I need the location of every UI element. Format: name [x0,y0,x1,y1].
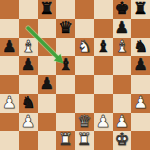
piece-black-bishop[interactable]: ♝ [58,56,73,74]
piece-white-rook[interactable]: ♜ [58,131,73,149]
piece-black-pawn[interactable]: ♟ [133,56,148,74]
square-a6[interactable]: ♟ [0,38,19,57]
square-e7[interactable] [75,19,94,38]
square-a5[interactable] [0,56,19,75]
square-c3[interactable] [38,94,57,113]
square-g8[interactable]: ♚ [113,0,132,19]
piece-black-knight[interactable]: ♞ [133,38,148,56]
piece-black-king[interactable]: ♚ [114,0,129,18]
piece-black-pawn[interactable]: ♟ [21,56,36,74]
piece-black-pawn[interactable]: ♟ [114,19,129,37]
square-f4[interactable] [94,75,113,94]
square-d5[interactable]: ♝ [56,56,75,75]
square-h7[interactable] [131,19,150,38]
square-d4[interactable] [56,75,75,94]
square-a3[interactable]: ♟ [0,94,19,113]
square-c6[interactable] [38,38,57,57]
square-a7[interactable] [0,19,19,38]
square-b8[interactable] [19,0,38,19]
square-b4[interactable] [19,75,38,94]
square-a1[interactable] [0,131,19,150]
square-h2[interactable] [131,113,150,132]
square-g7[interactable]: ♟ [113,19,132,38]
square-a4[interactable] [0,75,19,94]
square-e6[interactable]: ♞ [75,38,94,57]
piece-white-knight[interactable]: ♞ [77,38,92,56]
piece-black-knight[interactable]: ♞ [21,94,36,112]
square-g6[interactable]: ♝ [113,38,132,57]
square-h3[interactable]: ♟ [131,94,150,113]
square-h1[interactable] [131,131,150,150]
piece-white-pawn[interactable]: ♟ [21,113,36,131]
square-b7[interactable] [19,19,38,38]
piece-black-rook[interactable]: ♜ [39,0,54,18]
piece-black-pawn[interactable]: ♟ [39,75,54,93]
square-c2[interactable] [38,113,57,132]
square-e8[interactable] [75,0,94,19]
square-g3[interactable] [113,94,132,113]
square-c7[interactable] [38,19,57,38]
piece-white-pawn[interactable]: ♟ [133,94,148,112]
square-f8[interactable] [94,0,113,19]
square-b2[interactable]: ♟ [19,113,38,132]
piece-black-bishop[interactable]: ♝ [96,38,111,56]
square-d2[interactable] [56,113,75,132]
square-c8[interactable]: ♜ [38,0,57,19]
piece-white-pawn[interactable]: ♟ [114,113,129,131]
square-f6[interactable]: ♝ [94,38,113,57]
piece-white-king[interactable]: ♚ [114,131,129,149]
square-c5[interactable] [38,56,57,75]
square-d7[interactable]: ♛ [56,19,75,38]
piece-black-queen[interactable]: ♛ [58,19,73,37]
piece-black-rook[interactable]: ♜ [133,0,148,18]
piece-white-pawn[interactable]: ♟ [2,94,17,112]
square-h8[interactable]: ♜ [131,0,150,19]
chess-board-wrap: ♜♚♜♛♟♟♝♞♝♝♞♟♝♟♟♟♞♟♟♛♟♟♜♜♚ [0,0,150,150]
square-f1[interactable] [94,131,113,150]
piece-black-pawn[interactable]: ♟ [2,38,17,56]
piece-white-bishop[interactable]: ♝ [114,38,129,56]
square-c4[interactable]: ♟ [38,75,57,94]
square-g1[interactable]: ♚ [113,131,132,150]
piece-white-pawn[interactable]: ♟ [96,113,111,131]
square-e4[interactable] [75,75,94,94]
square-f3[interactable] [94,94,113,113]
square-b1[interactable] [19,131,38,150]
square-g5[interactable] [113,56,132,75]
square-e1[interactable]: ♜ [75,131,94,150]
chess-board: ♜♚♜♛♟♟♝♞♝♝♞♟♝♟♟♟♞♟♟♛♟♟♜♜♚ [0,0,150,150]
square-f5[interactable] [94,56,113,75]
square-a8[interactable] [0,0,19,19]
square-e2[interactable]: ♛ [75,113,94,132]
square-e3[interactable] [75,94,94,113]
piece-white-queen[interactable]: ♛ [77,113,92,131]
square-h6[interactable]: ♞ [131,38,150,57]
piece-white-bishop[interactable]: ♝ [21,38,36,56]
square-g4[interactable] [113,75,132,94]
square-g2[interactable]: ♟ [113,113,132,132]
square-d1[interactable]: ♜ [56,131,75,150]
square-d3[interactable] [56,94,75,113]
square-d8[interactable] [56,0,75,19]
square-f2[interactable]: ♟ [94,113,113,132]
square-c1[interactable] [38,131,57,150]
square-b3[interactable]: ♞ [19,94,38,113]
piece-white-rook[interactable]: ♜ [77,131,92,149]
square-h4[interactable] [131,75,150,94]
square-d6[interactable] [56,38,75,57]
square-h5[interactable]: ♟ [131,56,150,75]
square-a2[interactable] [0,113,19,132]
square-f7[interactable] [94,19,113,38]
square-e5[interactable] [75,56,94,75]
square-b6[interactable]: ♝ [19,38,38,57]
square-b5[interactable]: ♟ [19,56,38,75]
